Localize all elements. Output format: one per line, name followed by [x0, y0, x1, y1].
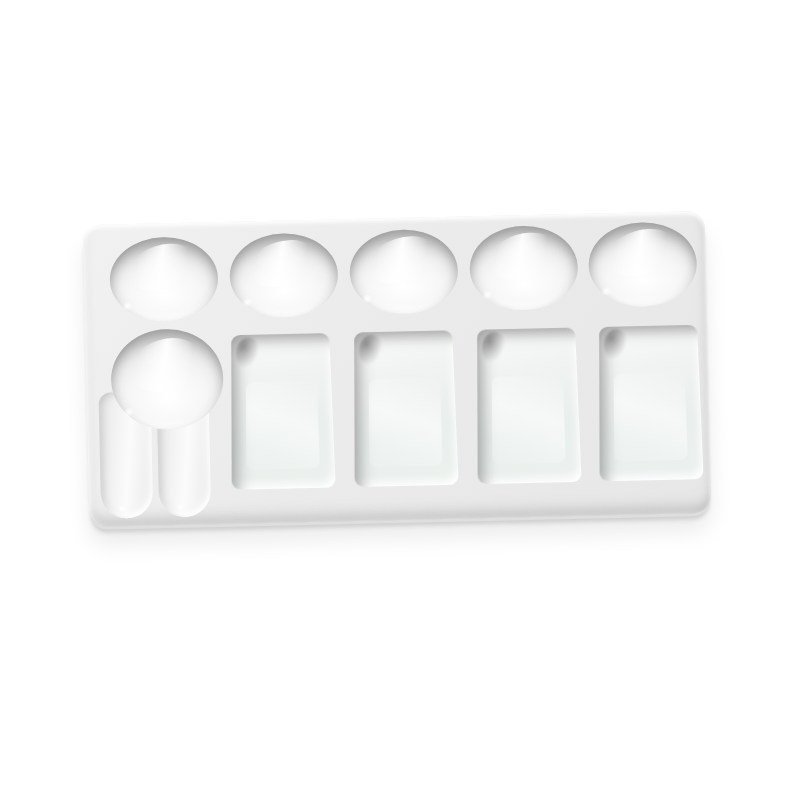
round-well-3: [349, 229, 459, 315]
product-photo-canvas: [0, 0, 800, 800]
round-well-5: [588, 221, 698, 307]
palette-tray: [83, 211, 712, 527]
round-well-4: [469, 225, 579, 311]
round-well-1: [109, 236, 219, 322]
rect-well-2: [354, 330, 458, 487]
rect-well-1: [231, 333, 335, 490]
rect-well-4: [599, 325, 703, 482]
rect-well-3: [477, 328, 581, 485]
round-well-2: [229, 232, 339, 318]
